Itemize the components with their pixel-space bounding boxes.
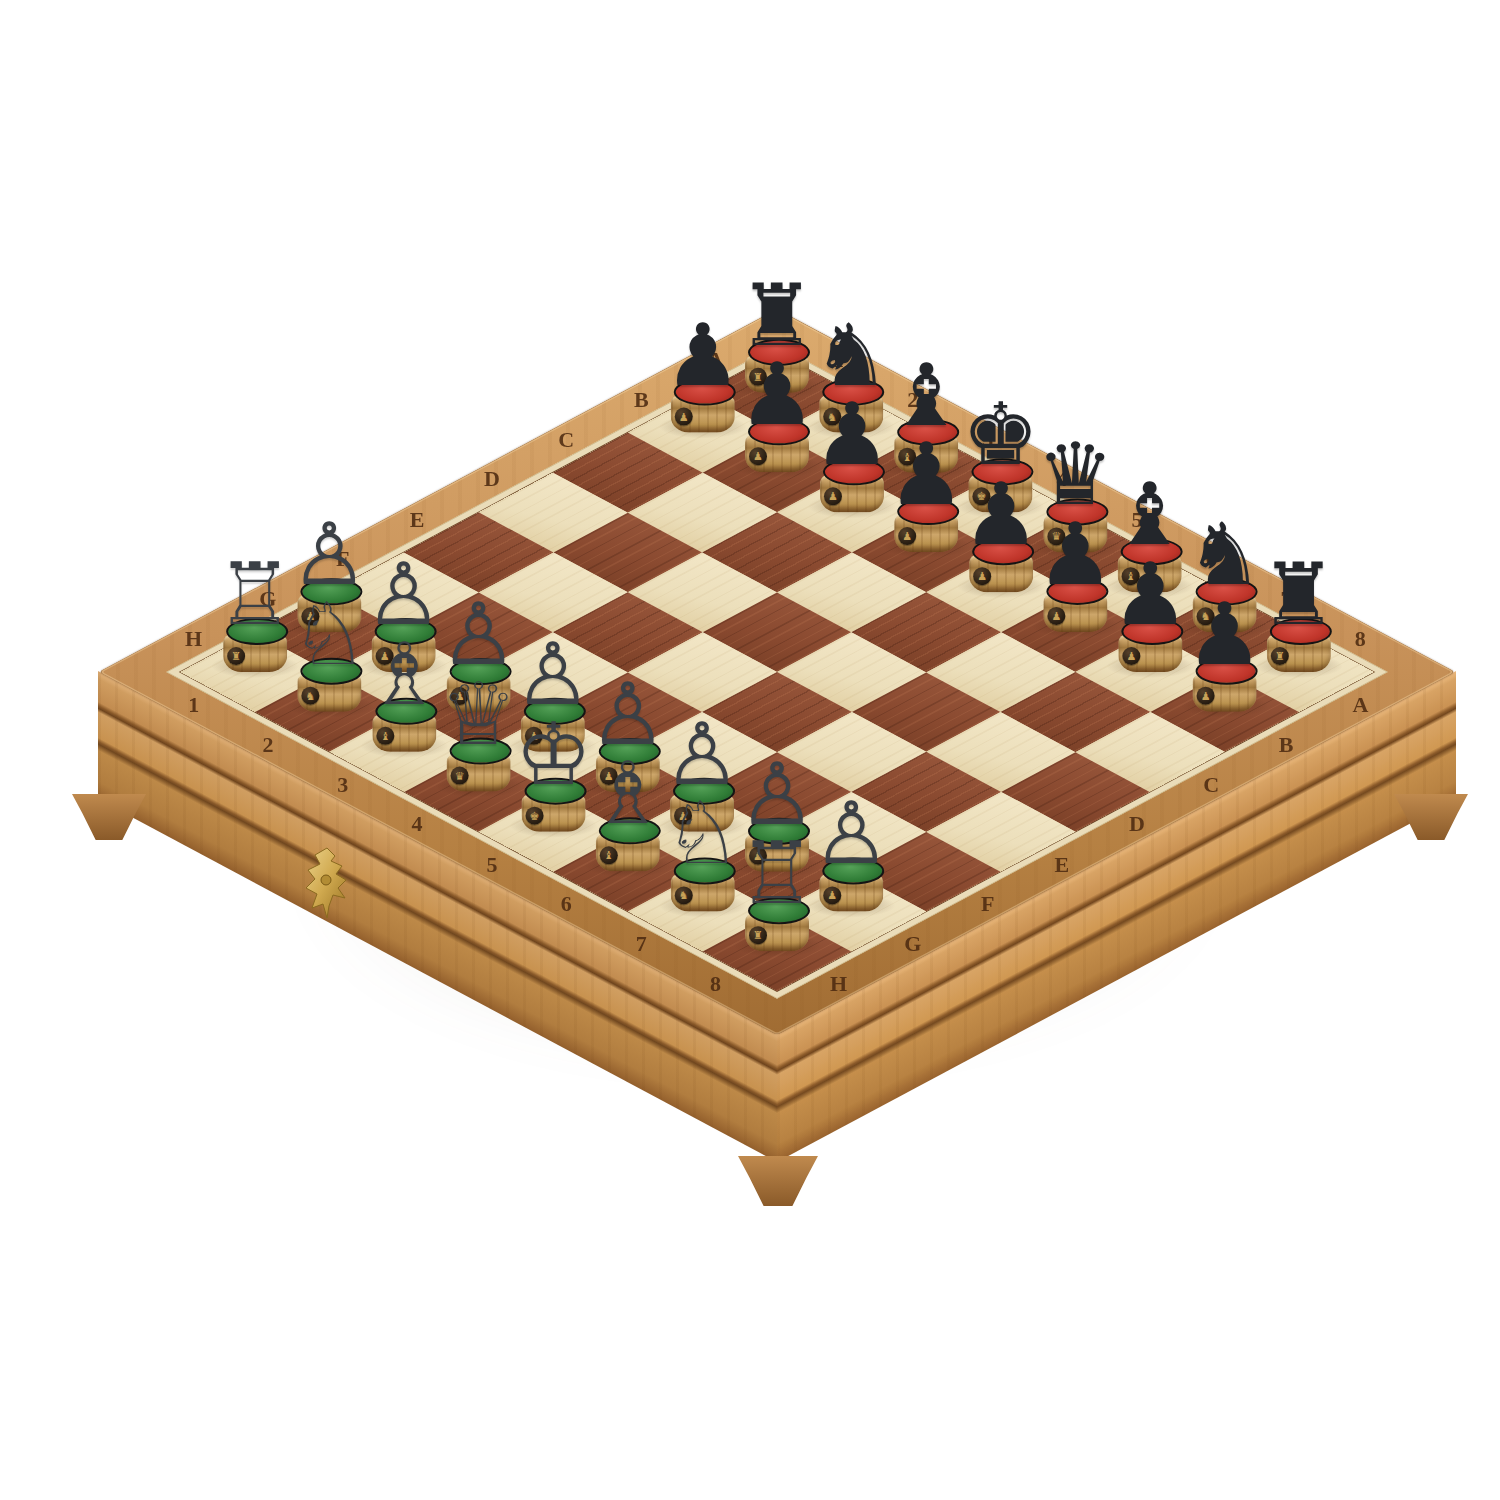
piece-black-pawn-b8[interactable]: ♟♟ bbox=[1150, 548, 1300, 712]
rank-label-fileH-rail-7: 7 bbox=[636, 931, 647, 957]
file-label-rank8-rail-A: A bbox=[1353, 692, 1369, 718]
piece-medallion-icon: ♜ bbox=[227, 647, 245, 665]
piece-medallion-icon: ♟ bbox=[1047, 607, 1065, 625]
piece-medallion-icon: ♝ bbox=[376, 727, 394, 745]
piece-medallion-icon: ♛ bbox=[451, 767, 469, 785]
piece-medallion-icon: ♜ bbox=[749, 926, 767, 944]
piece-medallion-icon: ♚ bbox=[525, 807, 543, 825]
piece-glyph: ♖ bbox=[702, 830, 852, 916]
file-label-rank8-rail-C: C bbox=[1203, 772, 1219, 798]
piece-glyph: ♟ bbox=[1150, 591, 1300, 677]
piece-medallion-icon: ♟ bbox=[824, 487, 842, 505]
rank-label-fileH-rail-2: 2 bbox=[263, 732, 274, 758]
piece-medallion-icon: ♟ bbox=[973, 567, 991, 585]
piece-medallion-icon: ♟ bbox=[674, 408, 692, 426]
product-photo-scene: AA11BB22CC33DD44EE55FF66GG77HH88 ♜♜♞♞♝♝♚… bbox=[0, 0, 1500, 1500]
rank-label-fileH-rail-3: 3 bbox=[337, 772, 348, 798]
piece-medallion-icon: ♞ bbox=[674, 886, 692, 904]
piece-white-rook-h8[interactable]: ♜♖ bbox=[702, 787, 852, 951]
piece-medallion-icon: ♟ bbox=[1122, 647, 1140, 665]
rank-label-fileH-rail-4: 4 bbox=[412, 812, 423, 838]
file-label-rank8-rail-D: D bbox=[1129, 812, 1145, 838]
rank-label-fileH-rail-8: 8 bbox=[710, 971, 721, 997]
rank-label-fileH-rail-5: 5 bbox=[486, 851, 497, 877]
piece-medallion-icon: ♟ bbox=[749, 447, 767, 465]
file-label-rank1-rail-C: C bbox=[559, 427, 575, 453]
file-label-rank8-rail-E: E bbox=[1055, 851, 1070, 877]
file-label-rank8-rail-B: B bbox=[1279, 732, 1294, 758]
file-label-rank8-rail-H: H bbox=[830, 971, 847, 997]
piece-medallion-icon: ♟ bbox=[1197, 687, 1215, 705]
piece-medallion-icon: ♟ bbox=[898, 527, 916, 545]
file-label-rank1-rail-D: D bbox=[484, 467, 500, 493]
box-foot-front bbox=[738, 1156, 818, 1206]
file-label-rank8-rail-F: F bbox=[981, 891, 994, 917]
file-label-rank8-rail-G: G bbox=[904, 931, 921, 957]
rank-label-fileH-rail-1: 1 bbox=[188, 692, 199, 718]
piece-medallion-icon: ♞ bbox=[301, 687, 319, 705]
brass-latch-icon bbox=[300, 846, 354, 920]
rank-label-fileH-rail-6: 6 bbox=[561, 891, 572, 917]
piece-medallion-icon: ♝ bbox=[600, 847, 618, 865]
